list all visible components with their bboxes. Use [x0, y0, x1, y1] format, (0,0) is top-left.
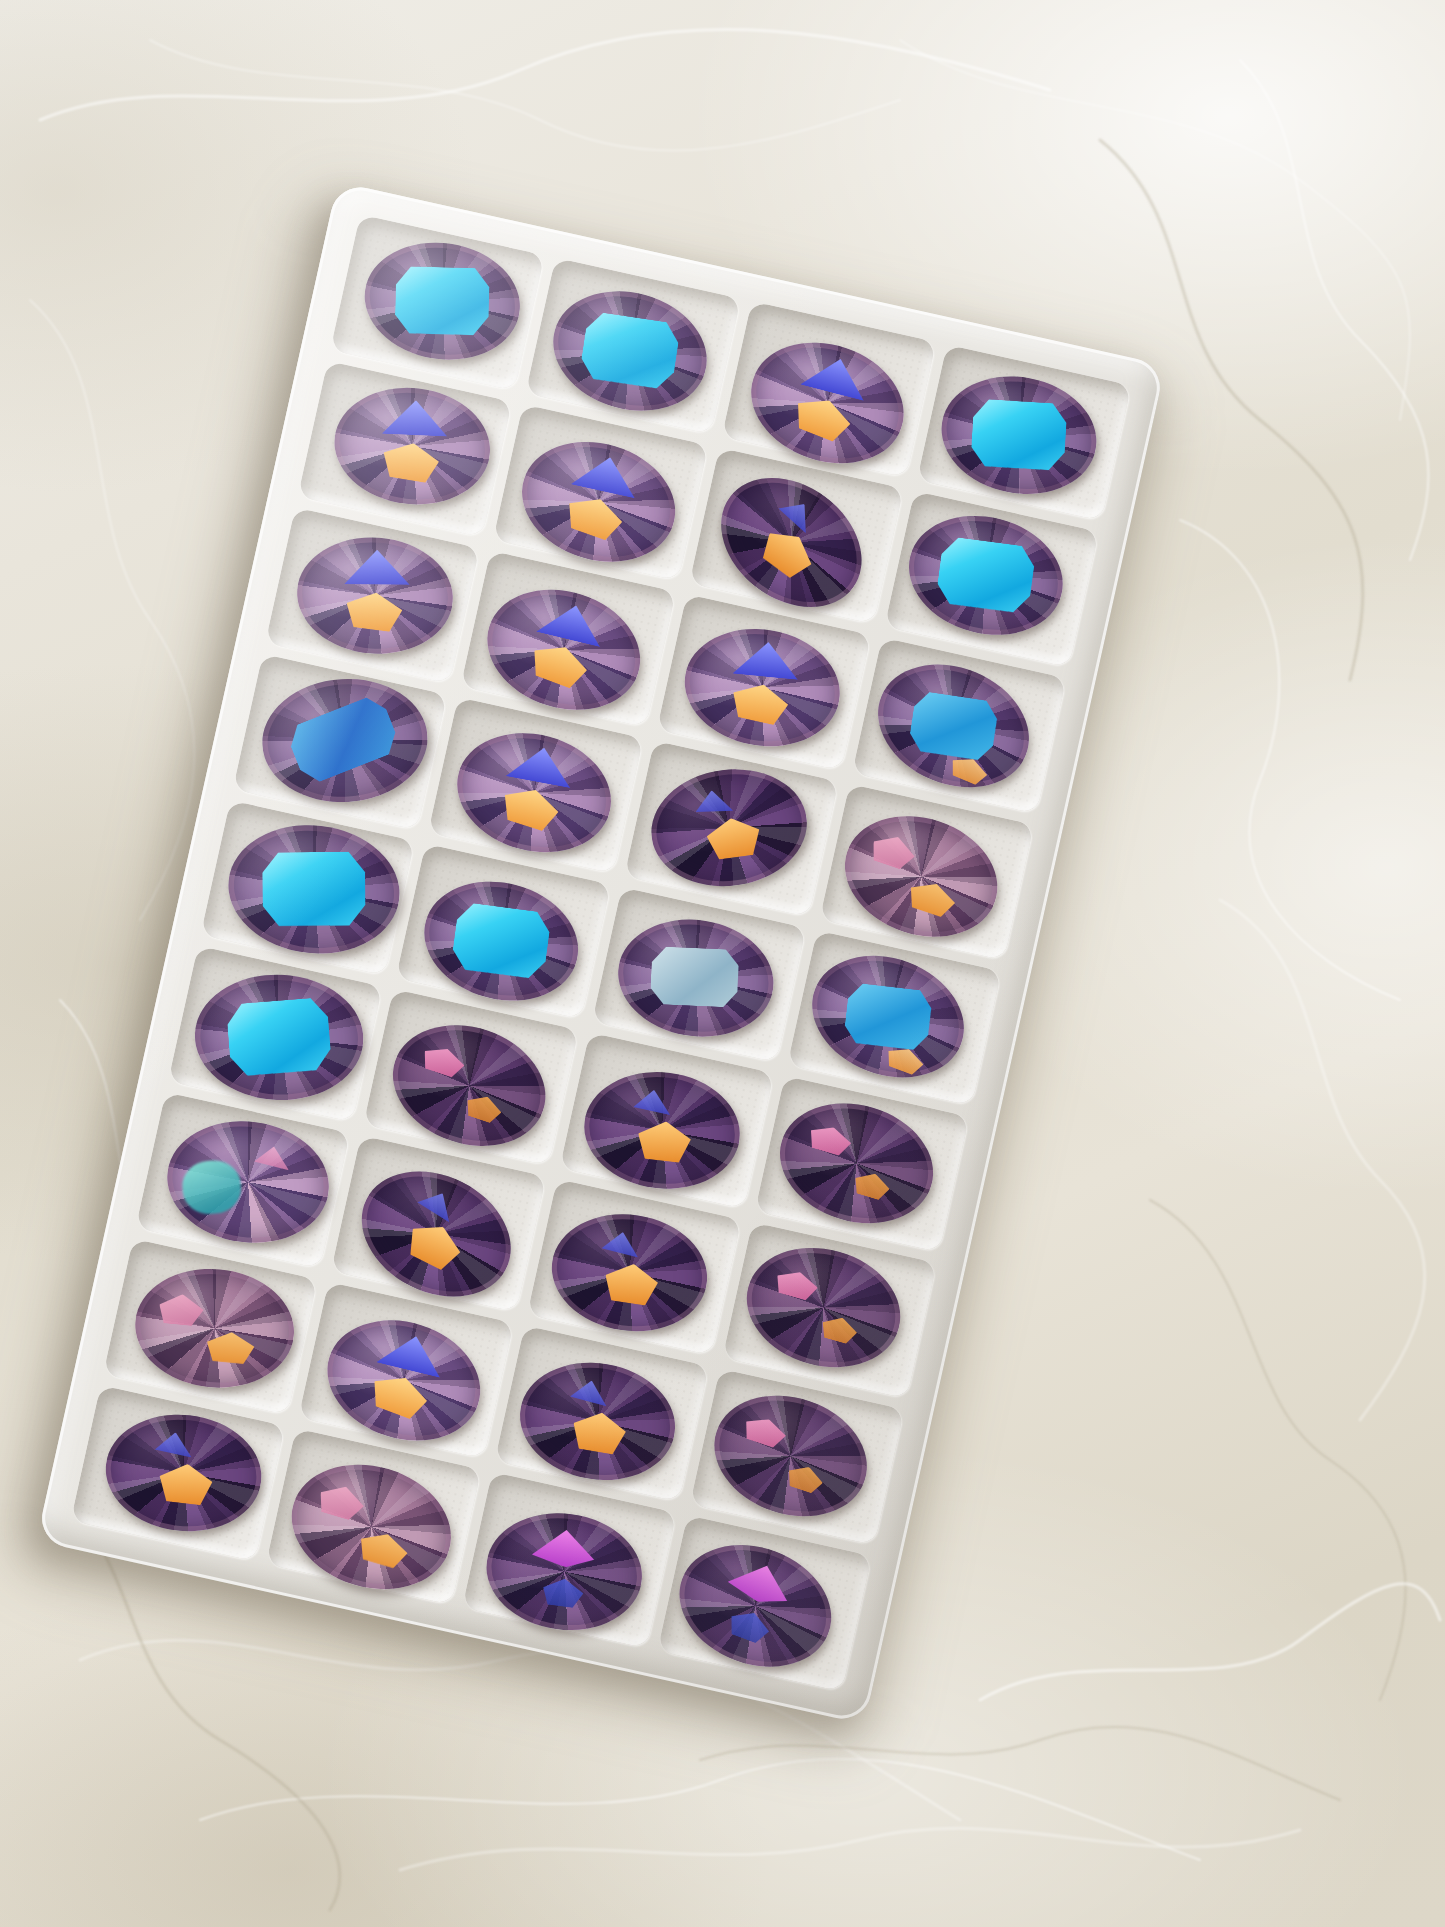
tray-cell-r4c1 [233, 653, 448, 830]
gem-secondary-facet [561, 490, 626, 544]
gem-secondary-facet [785, 1461, 827, 1495]
gem-highlight-facet [970, 399, 1068, 472]
gem-highlight-facet [571, 450, 642, 498]
gem-secondary-facet [379, 438, 441, 484]
gem-secondary-facet [366, 1367, 432, 1421]
gem-highlight-facet [650, 946, 740, 1008]
tray-cell-r5c3 [591, 886, 806, 1063]
gem-r3c4-cyan2 [860, 643, 1049, 810]
gem-r8c2-tri [312, 1301, 496, 1459]
gem-highlight-facet [773, 1266, 820, 1302]
tray-cell-r7c4 [722, 1222, 937, 1399]
gem-secondary-facet [790, 390, 856, 445]
gem-highlight-facet [344, 549, 410, 584]
gem-highlight-facet [531, 1525, 598, 1570]
gem-r9c2-pamber [276, 1446, 466, 1608]
photo-canvas [0, 0, 1445, 1927]
gem-highlight-facet [636, 1118, 693, 1163]
tray-cell-r6c2 [363, 989, 578, 1166]
gem-highlight-facet [157, 1292, 204, 1327]
gem-secondary-facet [633, 1088, 673, 1115]
gem-r4c1-blue [258, 674, 431, 807]
gem-r3c3-tri [676, 618, 849, 758]
gem-r1c2-cyan [539, 275, 720, 428]
gem-r7c1-teal [159, 1111, 336, 1252]
gem-r1c4-cyan [932, 364, 1107, 506]
tray-cell-r2c3 [689, 447, 904, 624]
gem-highlight-facet [394, 267, 489, 337]
gem-r2c1-tri [328, 380, 496, 513]
tray-cell-r3c2 [461, 550, 676, 727]
tray-cell-r3c1 [265, 507, 480, 684]
gem-r1c1-cyan [356, 233, 527, 371]
gem-secondary-facet [343, 589, 404, 633]
gem-facet-wedges [480, 1504, 650, 1639]
tray-cell-r8c3 [494, 1325, 709, 1502]
gem-r7c4-dpink [733, 1231, 914, 1384]
gem-highlight-facet [705, 815, 763, 861]
gem-highlight-facet [935, 536, 1037, 615]
gem-highlight-facet [450, 902, 552, 981]
gem-highlight-facet [602, 1260, 660, 1307]
tray-cell-r7c2 [331, 1136, 546, 1313]
gem-highlight-facet [570, 1408, 629, 1456]
tray-cell-r2c1 [298, 361, 513, 538]
gem-r5c4-cyan2 [795, 935, 982, 1098]
gem-highlight-facet [226, 997, 332, 1077]
tray-cell-r2c2 [493, 404, 708, 581]
gem-highlight-facet [843, 982, 934, 1051]
tray-cell-r9c1 [71, 1385, 286, 1562]
gem-facet-wedges [377, 1006, 562, 1166]
gem-r5c3-steel [610, 909, 781, 1047]
tray-cell-r4c4 [819, 783, 1034, 960]
gem-highlight-facet [742, 1412, 790, 1450]
gem-highlight-facet [801, 351, 873, 401]
tray-cell-r9c4 [657, 1515, 872, 1692]
tray-cell-r8c1 [103, 1239, 318, 1416]
gem-highlight-facet [725, 1554, 796, 1611]
tray-cell-r1c4 [917, 344, 1132, 521]
gem-facet-wedges [733, 1231, 914, 1384]
tray-cell-r5c2 [396, 843, 611, 1020]
tray-cell-r6c1 [168, 946, 383, 1123]
tray-cell-r2c4 [884, 491, 1099, 668]
gem-secondary-facet [463, 1091, 505, 1125]
gem-highlight-facet [382, 399, 449, 437]
gem-r5c2-cyan [411, 865, 591, 1016]
gem-highlight-facet [402, 1215, 467, 1274]
gem-secondary-facet [601, 1229, 641, 1257]
gem-highlight-facet [420, 1042, 468, 1080]
tray-cell-r1c1 [330, 214, 545, 391]
gem-highlight-facet [908, 690, 1000, 762]
gem-secondary-facet [570, 1377, 611, 1406]
gem-r6c3-damber [578, 1064, 746, 1197]
gem-highlight-facet [506, 742, 577, 788]
gem-highlight-facet [755, 522, 820, 584]
tray-cell-r9c3 [462, 1472, 677, 1649]
gem-secondary-facet [498, 781, 563, 833]
gem-highlight-facet [868, 830, 919, 872]
tray-cell-r1c2 [526, 258, 741, 435]
gem-r9c1-damber [99, 1406, 267, 1539]
tray-cell-r8c2 [299, 1282, 514, 1459]
gem-highlight-facet [536, 598, 608, 647]
gem-r2c2-tri [507, 424, 690, 580]
gem-r7c3-damber [544, 1204, 715, 1342]
gem-secondary-facet [819, 1313, 860, 1346]
gem-secondary-facet [693, 788, 733, 816]
tray-cell-r5c4 [787, 930, 1002, 1107]
gem-secondary-facet [905, 877, 959, 920]
gem-facet-wedges [276, 1446, 466, 1608]
gem-highlight-facet [157, 1461, 214, 1506]
gem-r9c4-pflash [662, 1524, 849, 1687]
gem-r8c4-dpink [699, 1376, 884, 1536]
gem-secondary-facet [205, 1330, 255, 1365]
gem-secondary-facet [726, 1605, 774, 1645]
gem-r3c2-tri [472, 571, 656, 729]
gem-highlight-facet [733, 639, 802, 680]
gem-secondary-facet [416, 1185, 460, 1222]
gem-facet-wedges [766, 1085, 949, 1241]
gem-highlight-facet [578, 311, 681, 391]
gem-highlight-facet [315, 1480, 367, 1523]
tray-cell-r3c4 [852, 637, 1067, 814]
tray-cell-r6c4 [754, 1076, 969, 1253]
gem-r4c2-tri [444, 717, 624, 868]
tray-cell-r7c1 [135, 1092, 350, 1269]
gem-facet-wedges [662, 1524, 849, 1687]
gem-r2c4-cyan [896, 500, 1076, 651]
gem-highlight-facet [262, 852, 366, 927]
gem-r8c3-damber [511, 1351, 684, 1491]
gem-facet-wedges [699, 1376, 884, 1536]
gem-r4c4-pamber [829, 797, 1014, 957]
tray-cell-r7c3 [526, 1179, 741, 1356]
gem-highlight-facet [180, 1158, 242, 1215]
tray-cell-r9c2 [266, 1428, 481, 1605]
gem-highlight-facet [377, 1328, 449, 1377]
gem-r6c2-dpink [377, 1006, 562, 1166]
gem-r8c1-pamber [129, 1261, 299, 1394]
gem-r5c1-cyan [221, 816, 406, 962]
gem-secondary-facet [355, 1527, 411, 1571]
gem-r9c3-pflash [480, 1504, 650, 1639]
tray-cell-r5c1 [200, 800, 415, 977]
gem-secondary-facet [154, 1430, 194, 1457]
gem-secondary-facet [728, 679, 791, 727]
gem-r6c1-cyan [192, 971, 366, 1104]
gem-highlight-facet [284, 692, 402, 787]
tray-cell-r8c4 [690, 1369, 905, 1546]
tray-cell-r4c3 [624, 740, 839, 917]
gem-secondary-facet [541, 1576, 585, 1609]
gem-highlight-facet [807, 1121, 855, 1157]
gem-r6c4-dpink [766, 1085, 949, 1241]
tray-cell-r6c3 [559, 1033, 774, 1210]
gem-secondary-facet [776, 494, 819, 534]
gem-secondary-facet [852, 1169, 893, 1203]
tray-cell-r1c3 [721, 301, 936, 478]
gem-facet-wedges [829, 797, 1014, 957]
tray-cell-r3c3 [656, 594, 871, 771]
gem-secondary-facet [253, 1144, 291, 1170]
gem-facet-wedges [129, 1261, 299, 1394]
tray-cell-r4c2 [428, 697, 643, 874]
gem-secondary-facet [526, 637, 592, 691]
gem-r3c1-tri [292, 532, 457, 660]
gem-r4c3-damber [644, 760, 814, 895]
